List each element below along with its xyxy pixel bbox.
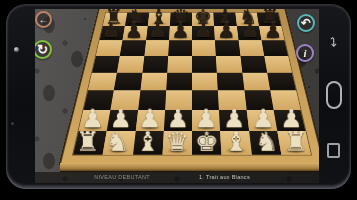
piece-shadow — [103, 36, 120, 40]
piece-shadow — [280, 125, 301, 131]
square-a5[interactable] — [92, 56, 120, 73]
square-a7[interactable]: ♟ — [100, 26, 126, 40]
piece-black-bishop: ♝ — [150, 9, 168, 26]
undo-icon: ↶ — [301, 16, 311, 30]
square-h8[interactable]: ♜ — [257, 13, 282, 26]
piece-white-pawn: ♟ — [280, 106, 303, 131]
piece-shadow — [106, 22, 123, 26]
square-d2[interactable]: ♟ — [164, 110, 192, 131]
restart-icon: ↻ — [37, 42, 48, 57]
square-g8[interactable]: ♞ — [235, 13, 259, 26]
square-d1[interactable]: ♛ — [162, 131, 192, 154]
piece-shadow — [195, 36, 212, 40]
piece-white-knight: ♞ — [106, 128, 130, 155]
piece-shadow — [78, 148, 100, 154]
board-squares: ♜♞♝♛♚♝♞♜♟♟♟♟♟♟♟♟♟♟♟♟♟♟♟♟♜♞♝♛♚♝♞♜ — [72, 12, 312, 155]
square-g4[interactable] — [242, 72, 270, 90]
piece-shadow — [196, 125, 216, 131]
square-g7[interactable]: ♟ — [237, 26, 262, 40]
piece-shadow — [224, 125, 245, 131]
piece-shadow — [196, 148, 217, 154]
square-c5[interactable] — [142, 56, 168, 73]
piece-shadow — [83, 125, 104, 131]
square-b7[interactable]: ♟ — [123, 26, 148, 40]
chess-board[interactable]: ♜♞♝♛♚♝♞♜♟♟♟♟♟♟♟♟♟♟♟♟♟♟♟♟♜♞♝♛♚♝♞♜ — [60, 9, 319, 164]
square-h4[interactable] — [267, 72, 296, 90]
app-screen: ♜♞♝♛♚♝♞♜♟♟♟♟♟♟♟♟♟♟♟♟♟♟♟♟♜♞♝♛♚♝♞♜ ← ↻ ↶ i… — [35, 9, 319, 183]
piece-shadow — [225, 148, 247, 154]
square-f4[interactable] — [217, 72, 244, 90]
piece-white-rook: ♜ — [76, 128, 100, 155]
piece-black-rook: ♜ — [261, 9, 279, 26]
square-g2[interactable]: ♟ — [246, 110, 277, 131]
piece-shadow — [137, 148, 159, 154]
square-h1[interactable]: ♜ — [277, 131, 311, 154]
board-front-edge — [60, 163, 319, 172]
turn-indicator: 1. Trait aux Blancs — [187, 172, 262, 183]
piece-shadow — [284, 148, 306, 154]
square-g6[interactable] — [238, 40, 264, 55]
undo-button[interactable]: ↶ — [297, 14, 315, 32]
piece-black-knight: ♞ — [127, 9, 145, 26]
piece-shadow — [151, 22, 167, 26]
info-icon: i — [303, 47, 306, 59]
piece-shadow — [126, 36, 143, 40]
device-mockup: ♜♞♝♛♚♝♞♜♟♟♟♟♟♟♟♟♟♟♟♟♟♟♟♟♜♞♝♛♚♝♞♜ ← ↻ ↶ i… — [0, 0, 357, 200]
square-f8[interactable]: ♝ — [214, 13, 237, 26]
piece-shadow — [128, 22, 144, 26]
piece-shadow — [172, 36, 189, 40]
square-h2[interactable]: ♟ — [273, 110, 305, 131]
square-e4[interactable] — [192, 72, 218, 90]
square-f7[interactable]: ♟ — [214, 26, 238, 40]
info-button[interactable]: i — [296, 44, 314, 62]
status-bar: NIVEAU DEBUTANT 1. Trait aux Blancs — [35, 172, 319, 183]
piece-white-pawn: ♟ — [81, 106, 104, 131]
square-d5[interactable] — [167, 56, 192, 73]
square-b2[interactable]: ♟ — [107, 110, 138, 131]
square-e6[interactable] — [192, 40, 216, 55]
piece-shadow — [149, 36, 166, 40]
piece-white-pawn: ♟ — [252, 106, 275, 131]
square-b3[interactable] — [111, 90, 140, 110]
piece-white-bishop: ♝ — [225, 128, 249, 155]
square-e5[interactable] — [192, 56, 217, 73]
piece-white-bishop: ♝ — [136, 128, 160, 155]
square-a6[interactable] — [96, 40, 123, 55]
square-a8[interactable]: ♜ — [103, 13, 128, 26]
square-g5[interactable] — [240, 56, 267, 73]
square-h6[interactable] — [261, 40, 288, 55]
square-e2[interactable]: ♟ — [192, 110, 220, 131]
square-c3[interactable] — [138, 90, 166, 110]
square-b5[interactable] — [117, 56, 144, 73]
square-h7[interactable]: ♟ — [259, 26, 285, 40]
square-d7[interactable]: ♟ — [169, 26, 192, 40]
square-e8[interactable]: ♚ — [192, 13, 214, 26]
square-c7[interactable]: ♟ — [146, 26, 170, 40]
square-e1[interactable]: ♚ — [192, 131, 222, 154]
square-g1[interactable]: ♞ — [249, 131, 281, 154]
square-d8[interactable]: ♛ — [170, 13, 192, 26]
piece-shadow — [195, 22, 211, 26]
square-c4[interactable] — [140, 72, 167, 90]
piece-black-knight: ♞ — [239, 9, 257, 26]
square-h3[interactable] — [270, 90, 301, 110]
square-f5[interactable] — [216, 56, 242, 73]
square-a2[interactable]: ♟ — [79, 110, 111, 131]
piece-shadow — [217, 22, 233, 26]
square-a1[interactable]: ♜ — [73, 131, 107, 154]
square-f1[interactable]: ♝ — [220, 131, 251, 154]
piece-shadow — [111, 125, 132, 131]
square-c6[interactable] — [144, 40, 169, 55]
piece-white-knight: ♞ — [254, 128, 278, 155]
piece-white-pawn: ♟ — [166, 106, 189, 131]
piece-white-rook: ♜ — [284, 128, 308, 155]
piece-black-queen: ♛ — [172, 9, 190, 26]
piece-black-rook: ♜ — [105, 9, 123, 26]
piece-black-king: ♚ — [194, 9, 212, 26]
nav-recents-key[interactable] — [327, 143, 340, 158]
square-a4[interactable] — [88, 72, 117, 90]
piece-black-bishop: ♝ — [217, 9, 235, 26]
piece-shadow — [168, 125, 188, 131]
piece-shadow — [261, 22, 278, 26]
square-b8[interactable]: ♞ — [125, 13, 149, 26]
square-f6[interactable] — [215, 40, 240, 55]
square-e7[interactable]: ♟ — [192, 26, 215, 40]
piece-white-king: ♚ — [195, 128, 219, 155]
square-b6[interactable] — [120, 40, 146, 55]
square-a3[interactable] — [83, 90, 114, 110]
square-c8[interactable]: ♝ — [147, 13, 170, 26]
piece-shadow — [139, 125, 160, 131]
piece-shadow — [166, 148, 187, 154]
square-d6[interactable] — [168, 40, 192, 55]
piece-white-queen: ♛ — [165, 128, 189, 155]
square-b1[interactable]: ♞ — [103, 131, 135, 154]
square-d3[interactable] — [165, 90, 192, 110]
piece-shadow — [173, 22, 189, 26]
front-camera-icon — [14, 47, 19, 52]
piece-shadow — [218, 36, 235, 40]
square-d4[interactable] — [166, 72, 192, 90]
nav-back-icon: ↩ — [326, 37, 341, 48]
piece-shadow — [107, 148, 129, 154]
back-button[interactable]: ← — [35, 11, 52, 28]
arrow-left-icon: ← — [39, 14, 49, 25]
proximity-sensor-icon — [11, 122, 14, 125]
piece-white-pawn: ♟ — [223, 106, 246, 131]
piece-shadow — [252, 125, 273, 131]
nav-back-key[interactable]: ↩ — [326, 34, 342, 50]
piece-white-pawn: ♟ — [138, 106, 161, 131]
piece-shadow — [264, 36, 281, 40]
square-g3[interactable] — [244, 90, 273, 110]
square-e3[interactable] — [192, 90, 219, 110]
square-c2[interactable]: ♟ — [135, 110, 165, 131]
nav-home-key[interactable] — [326, 81, 342, 109]
piece-shadow — [241, 36, 258, 40]
square-b4[interactable] — [114, 72, 142, 90]
level-label: NIVEAU DEBUTANT — [87, 172, 157, 183]
piece-shadow — [255, 148, 277, 154]
square-c1[interactable]: ♝ — [133, 131, 164, 154]
square-f2[interactable]: ♟ — [219, 110, 249, 131]
phone-body: ♜♞♝♛♚♝♞♜♟♟♟♟♟♟♟♟♟♟♟♟♟♟♟♟♜♞♝♛♚♝♞♜ ← ↻ ↶ i… — [6, 4, 351, 189]
piece-white-pawn: ♟ — [110, 106, 133, 131]
square-f3[interactable] — [218, 90, 246, 110]
piece-white-pawn: ♟ — [195, 106, 218, 131]
piece-shadow — [239, 22, 255, 26]
square-h5[interactable] — [264, 56, 292, 73]
